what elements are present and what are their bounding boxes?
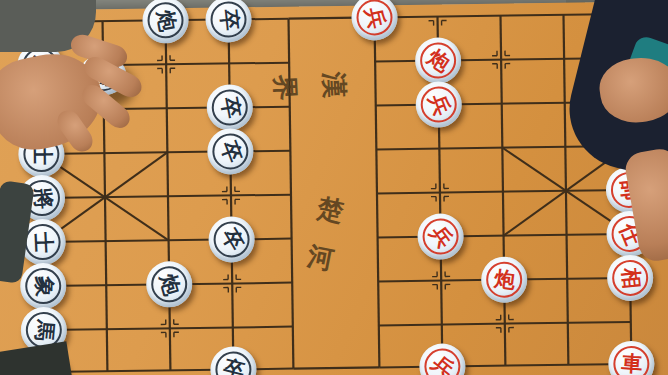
piece-red-cannon[interactable]: 炮 — [415, 37, 462, 84]
piece-black-soldier[interactable]: 卒 — [207, 128, 254, 175]
piece-character: 兵 — [362, 5, 387, 30]
piece-character: 士 — [32, 231, 54, 253]
piece-character: 炮 — [153, 8, 178, 33]
piece-character: 炮 — [492, 268, 515, 291]
piece-red-cannon[interactable]: 炮 — [481, 256, 528, 303]
piece-red-soldier[interactable]: 兵 — [351, 0, 398, 41]
piece-black-soldier[interactable]: 卒 — [205, 0, 252, 43]
piece-black-soldier[interactable]: 卒 — [208, 216, 255, 263]
piece-red-soldier[interactable]: 兵 — [419, 343, 466, 375]
piece-character: 卒 — [217, 95, 242, 120]
piece-red-soldier[interactable]: 兵 — [415, 81, 462, 128]
piece-character: 車 — [620, 353, 642, 375]
piece-black-elephant[interactable]: 象 — [20, 263, 67, 310]
piece-red-soldier[interactable]: 兵 — [417, 213, 464, 260]
piece-character: 相 — [619, 266, 642, 289]
piece-black-cannon[interactable]: 炮 — [142, 0, 189, 44]
piece-character: 馬 — [32, 319, 55, 342]
piece-character: 卒 — [217, 8, 240, 31]
street-xiangqi-photo: { "game": "xiangqi", "scene_description"… — [0, 0, 668, 375]
piece-character: 象 — [33, 275, 54, 296]
piece-black-soldier[interactable]: 卒 — [206, 84, 253, 131]
piece-black-soldier[interactable]: 卒 — [210, 346, 257, 375]
piece-red-chariot[interactable]: 車 — [608, 341, 655, 375]
piece-black-cannon[interactable]: 炮 — [146, 261, 193, 308]
piece-red-elephant[interactable]: 相 — [607, 255, 654, 302]
piece-character: 將 — [30, 187, 53, 210]
